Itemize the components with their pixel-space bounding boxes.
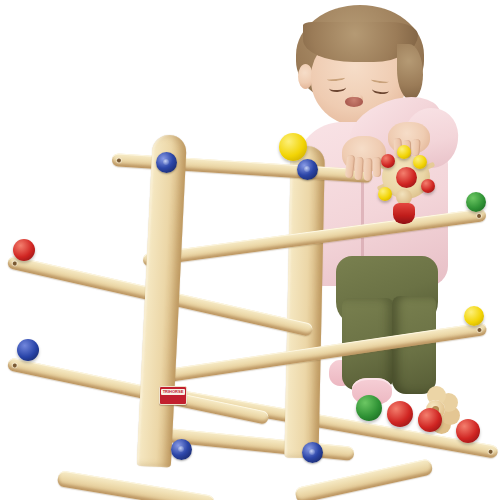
child-finger: [373, 157, 381, 177]
child-arms-and-rattle: [0, 0, 500, 500]
yellow-knob: [413, 155, 427, 169]
wheel-rattle-knobs: [0, 0, 500, 500]
child-finger: [354, 157, 364, 181]
peg-figure-body: [393, 203, 415, 224]
yellow-knob: [397, 145, 411, 159]
product-photo: TRIHORSE: [0, 0, 500, 500]
red-knob: [421, 179, 435, 193]
child-finger: [364, 158, 373, 181]
red-knob: [381, 154, 395, 168]
yellow-knob: [378, 187, 392, 201]
